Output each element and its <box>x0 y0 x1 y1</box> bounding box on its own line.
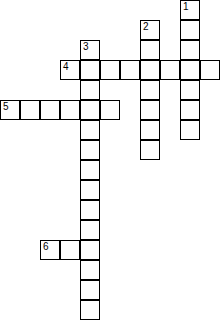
cell-r2-c9[interactable] <box>180 40 200 60</box>
cell-r3-c4[interactable] <box>80 60 100 80</box>
cell-r5-c9[interactable] <box>180 100 200 120</box>
cell-r13-c4[interactable] <box>80 260 100 280</box>
cell-r11-c4[interactable] <box>80 220 100 240</box>
cell-r3-c9[interactable] <box>180 60 200 80</box>
cell-r7-c4[interactable] <box>80 140 100 160</box>
cell-r10-c4[interactable] <box>80 200 100 220</box>
cell-r3-c7[interactable] <box>140 60 160 80</box>
cell-r3-c3[interactable]: 4 <box>60 60 80 80</box>
cell-r3-c10[interactable] <box>200 60 220 80</box>
cell-r5-c3[interactable] <box>60 100 80 120</box>
cell-r5-c7[interactable] <box>140 100 160 120</box>
cell-r9-c4[interactable] <box>80 180 100 200</box>
clue-number-5: 5 <box>3 101 9 112</box>
cell-r15-c4[interactable] <box>80 300 100 320</box>
cell-r6-c9[interactable] <box>180 120 200 140</box>
crossword-board: 123456 <box>0 0 221 321</box>
cell-r14-c4[interactable] <box>80 280 100 300</box>
cell-r4-c9[interactable] <box>180 80 200 100</box>
cell-r5-c0[interactable]: 5 <box>0 100 20 120</box>
cell-r3-c6[interactable] <box>120 60 140 80</box>
clue-number-1: 1 <box>183 1 189 12</box>
cell-r5-c4[interactable] <box>80 100 100 120</box>
clue-number-6: 6 <box>43 241 49 252</box>
cell-r5-c1[interactable] <box>20 100 40 120</box>
cell-r1-c7[interactable]: 2 <box>140 20 160 40</box>
cell-r1-c9[interactable] <box>180 20 200 40</box>
cell-r4-c7[interactable] <box>140 80 160 100</box>
clue-number-3: 3 <box>83 41 89 52</box>
cell-r4-c4[interactable] <box>80 80 100 100</box>
cell-r6-c4[interactable] <box>80 120 100 140</box>
cell-r3-c8[interactable] <box>160 60 180 80</box>
cell-r5-c2[interactable] <box>40 100 60 120</box>
cell-r3-c5[interactable] <box>100 60 120 80</box>
cell-r2-c4[interactable]: 3 <box>80 40 100 60</box>
cell-r12-c4[interactable] <box>80 240 100 260</box>
clue-number-2: 2 <box>143 21 149 32</box>
cell-r5-c5[interactable] <box>100 100 120 120</box>
clue-number-4: 4 <box>63 61 69 72</box>
cell-r6-c7[interactable] <box>140 120 160 140</box>
cell-r8-c4[interactable] <box>80 160 100 180</box>
cell-r0-c9[interactable]: 1 <box>180 0 200 20</box>
cell-r7-c7[interactable] <box>140 140 160 160</box>
cell-r12-c3[interactable] <box>60 240 80 260</box>
cell-r2-c7[interactable] <box>140 40 160 60</box>
cell-r12-c2[interactable]: 6 <box>40 240 60 260</box>
